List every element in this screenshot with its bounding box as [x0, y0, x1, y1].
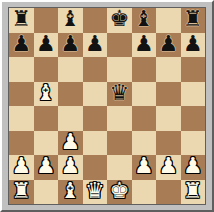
square-e1[interactable]: ♚: [107, 180, 132, 205]
square-h2[interactable]: ♟: [181, 155, 206, 180]
square-a8[interactable]: ♜: [9, 8, 34, 33]
square-f6[interactable]: [132, 57, 157, 82]
black-rook[interactable]: ♜: [11, 8, 31, 30]
square-g1[interactable]: [156, 180, 181, 205]
square-c3[interactable]: ♟: [58, 131, 83, 156]
square-b7[interactable]: ♟: [34, 33, 59, 58]
square-f8[interactable]: ♝: [132, 8, 157, 33]
square-d8[interactable]: [83, 8, 108, 33]
square-f4[interactable]: [132, 106, 157, 131]
black-pawn[interactable]: ♟: [85, 33, 105, 55]
square-b3[interactable]: [34, 131, 59, 156]
black-pawn[interactable]: ♟: [11, 33, 31, 55]
square-g6[interactable]: [156, 57, 181, 82]
black-pawn[interactable]: ♟: [183, 33, 203, 55]
square-a5[interactable]: [9, 82, 34, 107]
square-a6[interactable]: [9, 57, 34, 82]
square-c5[interactable]: [58, 82, 83, 107]
square-b5[interactable]: ♝: [34, 82, 59, 107]
square-d6[interactable]: [83, 57, 108, 82]
square-f2[interactable]: ♟: [132, 155, 157, 180]
square-e4[interactable]: [107, 106, 132, 131]
square-f7[interactable]: ♟: [132, 33, 157, 58]
square-a2[interactable]: ♟: [9, 155, 34, 180]
white-pawn[interactable]: ♟: [158, 155, 178, 177]
square-f1[interactable]: [132, 180, 157, 205]
square-h1[interactable]: ♜: [181, 180, 206, 205]
square-f5[interactable]: [132, 82, 157, 107]
square-c2[interactable]: ♟: [58, 155, 83, 180]
square-d2[interactable]: [83, 155, 108, 180]
square-g5[interactable]: [156, 82, 181, 107]
square-c8[interactable]: ♝: [58, 8, 83, 33]
black-rook[interactable]: ♜: [183, 8, 203, 30]
square-e8[interactable]: ♚: [107, 8, 132, 33]
square-c6[interactable]: [58, 57, 83, 82]
square-e7[interactable]: [107, 33, 132, 58]
black-king[interactable]: ♚: [109, 8, 129, 30]
white-king[interactable]: ♚: [109, 180, 129, 202]
square-h3[interactable]: [181, 131, 206, 156]
square-b6[interactable]: [34, 57, 59, 82]
black-bishop[interactable]: ♝: [134, 8, 154, 30]
white-pawn[interactable]: ♟: [11, 155, 31, 177]
square-a3[interactable]: [9, 131, 34, 156]
square-g7[interactable]: ♟: [156, 33, 181, 58]
square-h5[interactable]: [181, 82, 206, 107]
white-queen[interactable]: ♛: [85, 180, 105, 202]
square-d5[interactable]: [83, 82, 108, 107]
window-frame: ♜♝♚♝♜♟♟♟♟♟♟♟♝♛♟♟♟♟♟♟♟♜♝♛♚♜: [0, 0, 214, 212]
black-pawn[interactable]: ♟: [134, 33, 154, 55]
square-g3[interactable]: [156, 131, 181, 156]
black-queen[interactable]: ♛: [109, 82, 129, 104]
square-e5[interactable]: ♛: [107, 82, 132, 107]
white-pawn[interactable]: ♟: [36, 155, 56, 177]
square-e3[interactable]: [107, 131, 132, 156]
white-pawn[interactable]: ♟: [183, 155, 203, 177]
square-f3[interactable]: [132, 131, 157, 156]
white-pawn[interactable]: ♟: [134, 155, 154, 177]
black-pawn[interactable]: ♟: [158, 33, 178, 55]
white-bishop[interactable]: ♝: [60, 180, 80, 202]
square-e2[interactable]: [107, 155, 132, 180]
square-c7[interactable]: ♟: [58, 33, 83, 58]
square-d7[interactable]: ♟: [83, 33, 108, 58]
square-h7[interactable]: ♟: [181, 33, 206, 58]
square-g4[interactable]: [156, 106, 181, 131]
square-b4[interactable]: [34, 106, 59, 131]
square-d4[interactable]: [83, 106, 108, 131]
square-g2[interactable]: ♟: [156, 155, 181, 180]
square-d1[interactable]: ♛: [83, 180, 108, 205]
square-h8[interactable]: ♜: [181, 8, 206, 33]
white-rook[interactable]: ♜: [11, 180, 31, 202]
white-pawn[interactable]: ♟: [60, 131, 80, 153]
square-a7[interactable]: ♟: [9, 33, 34, 58]
square-a1[interactable]: ♜: [9, 180, 34, 205]
white-rook[interactable]: ♜: [183, 180, 203, 202]
square-b2[interactable]: ♟: [34, 155, 59, 180]
square-e6[interactable]: [107, 57, 132, 82]
black-bishop[interactable]: ♝: [60, 8, 80, 30]
square-h6[interactable]: [181, 57, 206, 82]
square-g8[interactable]: [156, 8, 181, 33]
white-bishop[interactable]: ♝: [36, 82, 56, 104]
square-b1[interactable]: [34, 180, 59, 205]
black-pawn[interactable]: ♟: [36, 33, 56, 55]
square-c4[interactable]: [58, 106, 83, 131]
square-d3[interactable]: [83, 131, 108, 156]
square-h4[interactable]: [181, 106, 206, 131]
square-b8[interactable]: [34, 8, 59, 33]
black-pawn[interactable]: ♟: [60, 33, 80, 55]
white-pawn[interactable]: ♟: [60, 155, 80, 177]
square-a4[interactable]: [9, 106, 34, 131]
square-c1[interactable]: ♝: [58, 180, 83, 205]
chess-board: ♜♝♚♝♜♟♟♟♟♟♟♟♝♛♟♟♟♟♟♟♟♜♝♛♚♜: [8, 7, 206, 205]
